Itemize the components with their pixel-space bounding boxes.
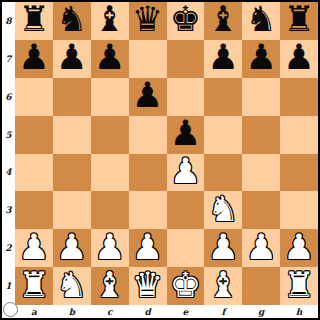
- square-e5[interactable]: ♟: [167, 116, 205, 154]
- square-c2[interactable]: ♟: [91, 229, 129, 267]
- square-f1[interactable]: ♝: [204, 267, 242, 305]
- white-bishop-piece: ♝: [208, 268, 239, 303]
- square-f7[interactable]: ♟: [204, 40, 242, 78]
- square-h8[interactable]: ♜: [280, 2, 318, 40]
- square-b5[interactable]: [53, 116, 91, 154]
- white-pawn-piece: ♟: [245, 230, 276, 265]
- rank-label-3: 3: [2, 191, 15, 229]
- square-h3[interactable]: [280, 191, 318, 229]
- square-f5[interactable]: [204, 116, 242, 154]
- white-rook-piece: ♜: [283, 268, 314, 303]
- square-g2[interactable]: ♟: [242, 229, 280, 267]
- rank-label-4: 4: [2, 154, 15, 192]
- white-knight-piece: ♞: [56, 268, 87, 303]
- square-e2[interactable]: [167, 229, 205, 267]
- square-g3[interactable]: [242, 191, 280, 229]
- black-knight-piece: ♞: [245, 2, 276, 37]
- square-c8[interactable]: ♝: [91, 2, 129, 40]
- square-e7[interactable]: [167, 40, 205, 78]
- square-h6[interactable]: [280, 78, 318, 116]
- file-label-b: b: [53, 305, 91, 318]
- square-c5[interactable]: [91, 116, 129, 154]
- white-to-move-indicator: [3, 302, 18, 317]
- square-g7[interactable]: ♟: [242, 40, 280, 78]
- rank-labels: 87654321: [2, 2, 15, 305]
- square-e6[interactable]: [167, 78, 205, 116]
- rank-label-2: 2: [2, 229, 15, 267]
- square-d8[interactable]: ♛: [129, 2, 167, 40]
- black-knight-piece: ♞: [56, 2, 87, 37]
- square-g5[interactable]: [242, 116, 280, 154]
- white-knight-piece: ♞: [208, 192, 239, 227]
- rank-label-5: 5: [2, 116, 15, 154]
- white-pawn-piece: ♟: [208, 230, 239, 265]
- square-c7[interactable]: ♟: [91, 40, 129, 78]
- black-pawn-piece: ♟: [245, 40, 276, 75]
- square-h1[interactable]: ♜: [280, 267, 318, 305]
- square-g4[interactable]: [242, 154, 280, 192]
- square-a1[interactable]: ♜: [15, 267, 53, 305]
- square-a7[interactable]: ♟: [15, 40, 53, 78]
- square-h5[interactable]: [280, 116, 318, 154]
- black-bishop-piece: ♝: [208, 2, 239, 37]
- square-b4[interactable]: [53, 154, 91, 192]
- square-f2[interactable]: ♟: [204, 229, 242, 267]
- rank-label-1: 1: [2, 267, 15, 305]
- square-a4[interactable]: [15, 154, 53, 192]
- square-e4[interactable]: ♟: [167, 154, 205, 192]
- square-d3[interactable]: [129, 191, 167, 229]
- black-pawn-piece: ♟: [132, 78, 163, 113]
- white-pawn-piece: ♟: [170, 154, 201, 189]
- square-b6[interactable]: [53, 78, 91, 116]
- white-pawn-piece: ♟: [283, 230, 314, 265]
- square-f8[interactable]: ♝: [204, 2, 242, 40]
- square-f6[interactable]: [204, 78, 242, 116]
- square-c6[interactable]: [91, 78, 129, 116]
- white-pawn-piece: ♟: [132, 230, 163, 265]
- black-bishop-piece: ♝: [94, 2, 125, 37]
- white-queen-piece: ♛: [132, 268, 163, 303]
- black-rook-piece: ♜: [18, 2, 49, 37]
- square-a3[interactable]: [15, 191, 53, 229]
- black-rook-piece: ♜: [283, 2, 314, 37]
- square-d1[interactable]: ♛: [129, 267, 167, 305]
- square-a5[interactable]: [15, 116, 53, 154]
- square-h4[interactable]: [280, 154, 318, 192]
- rank-label-7: 7: [2, 40, 15, 78]
- file-label-e: e: [167, 305, 205, 318]
- square-b3[interactable]: [53, 191, 91, 229]
- black-pawn-piece: ♟: [283, 40, 314, 75]
- square-a8[interactable]: ♜: [15, 2, 53, 40]
- square-a2[interactable]: ♟: [15, 229, 53, 267]
- white-pawn-piece: ♟: [18, 230, 49, 265]
- square-c4[interactable]: [91, 154, 129, 192]
- chessboard: ♜♞♝♛♚♝♞♜♟♟♟♟♟♟♟♟♟♞♟♟♟♟♟♟♟♜♞♝♛♚♝♜: [15, 2, 318, 305]
- square-f4[interactable]: [204, 154, 242, 192]
- file-label-g: g: [242, 305, 280, 318]
- square-d4[interactable]: [129, 154, 167, 192]
- file-label-f: f: [204, 305, 242, 318]
- square-b2[interactable]: ♟: [53, 229, 91, 267]
- white-king-piece: ♚: [170, 268, 201, 303]
- square-f3[interactable]: ♞: [204, 191, 242, 229]
- square-g8[interactable]: ♞: [242, 2, 280, 40]
- square-b8[interactable]: ♞: [53, 2, 91, 40]
- square-e1[interactable]: ♚: [167, 267, 205, 305]
- white-rook-piece: ♜: [18, 268, 49, 303]
- white-bishop-piece: ♝: [94, 268, 125, 303]
- black-pawn-piece: ♟: [94, 40, 125, 75]
- square-h7[interactable]: ♟: [280, 40, 318, 78]
- file-labels: abcdefgh: [15, 305, 318, 318]
- square-b1[interactable]: ♞: [53, 267, 91, 305]
- file-label-h: h: [280, 305, 318, 318]
- square-g6[interactable]: [242, 78, 280, 116]
- black-pawn-piece: ♟: [170, 116, 201, 151]
- rank-label-6: 6: [2, 78, 15, 116]
- square-b7[interactable]: ♟: [53, 40, 91, 78]
- square-e8[interactable]: ♚: [167, 2, 205, 40]
- square-d7[interactable]: [129, 40, 167, 78]
- black-pawn-piece: ♟: [18, 40, 49, 75]
- rank-label-8: 8: [2, 2, 15, 40]
- file-label-d: d: [129, 305, 167, 318]
- board-inner: 87654321 ♜♞♝♛♚♝♞♜♟♟♟♟♟♟♟♟♟♞♟♟♟♟♟♟♟♜♞♝♛♚♝…: [2, 2, 318, 318]
- square-h2[interactable]: ♟: [280, 229, 318, 267]
- file-label-a: a: [15, 305, 53, 318]
- square-c1[interactable]: ♝: [91, 267, 129, 305]
- square-g1[interactable]: [242, 267, 280, 305]
- file-label-c: c: [91, 305, 129, 318]
- square-a6[interactable]: [15, 78, 53, 116]
- square-d5[interactable]: [129, 116, 167, 154]
- white-pawn-piece: ♟: [94, 230, 125, 265]
- black-pawn-piece: ♟: [56, 40, 87, 75]
- black-pawn-piece: ♟: [208, 40, 239, 75]
- black-king-piece: ♚: [170, 2, 201, 37]
- square-e3[interactable]: [167, 191, 205, 229]
- square-d2[interactable]: ♟: [129, 229, 167, 267]
- square-d6[interactable]: ♟: [129, 78, 167, 116]
- black-queen-piece: ♛: [132, 2, 163, 37]
- white-pawn-piece: ♟: [56, 230, 87, 265]
- square-c3[interactable]: [91, 191, 129, 229]
- board-frame: 87654321 ♜♞♝♛♚♝♞♜♟♟♟♟♟♟♟♟♟♞♟♟♟♟♟♟♟♜♞♝♛♚♝…: [0, 0, 320, 320]
